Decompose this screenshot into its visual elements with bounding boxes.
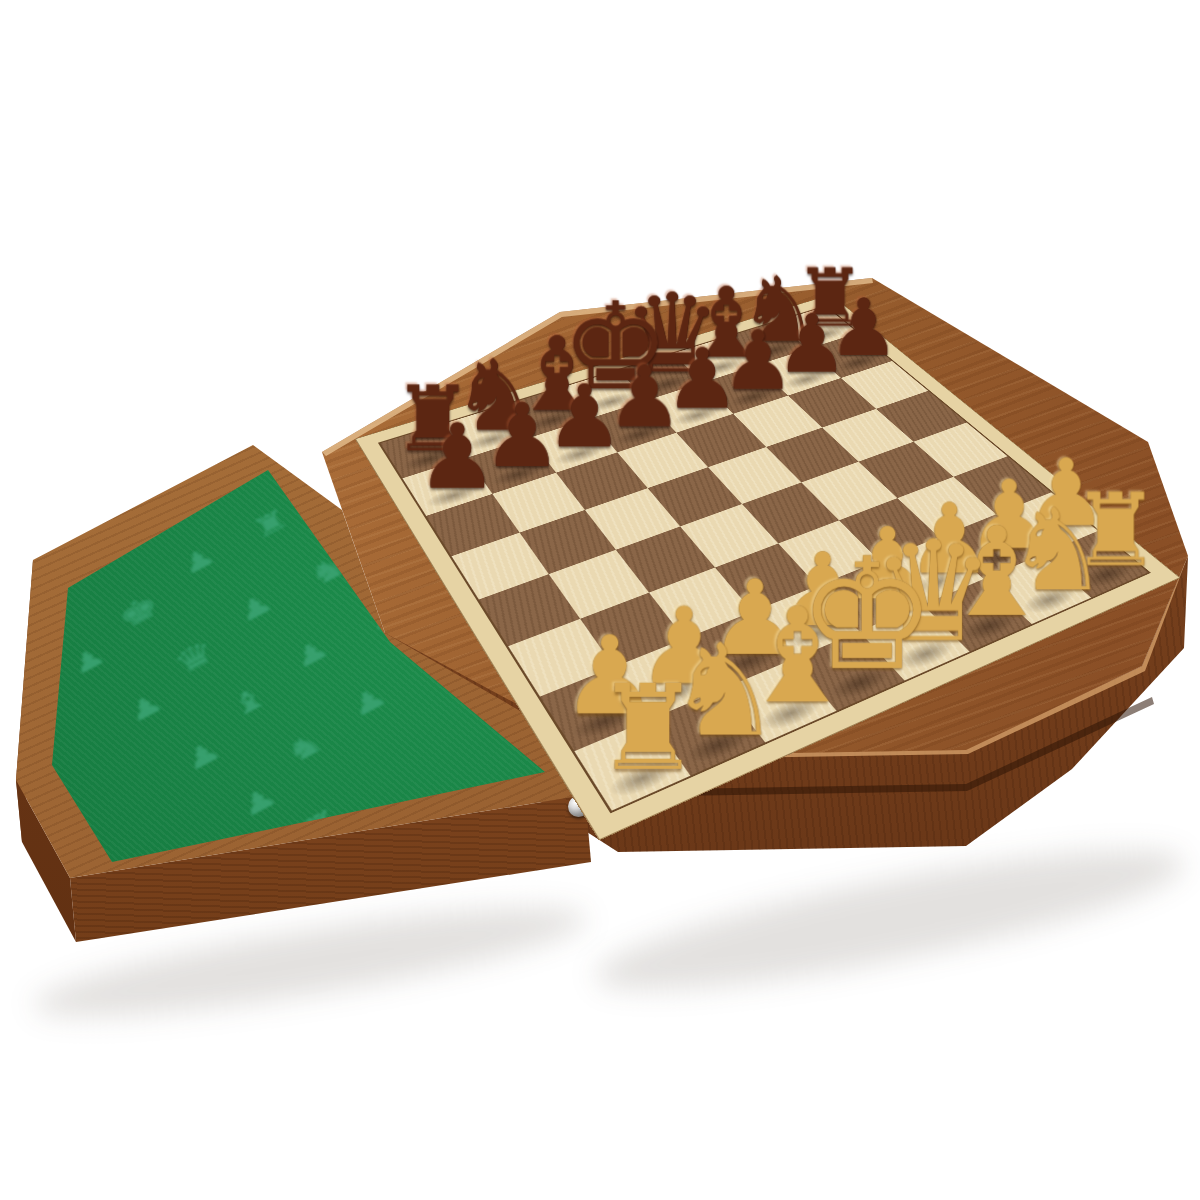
board-3d-scene: ♜♞♝♚♛♝♞♜♟♟♟♟♟♟♟♟♟♟♟♟♟♟♟♟♜♞♝♚♛♝♞♜ bbox=[0, 0, 1200, 1200]
white-rook-h1: ♜ bbox=[595, 670, 701, 788]
product-photo-chess-set: ♜♞♝♟♟♟♟♚♛♝♞♟♟♟♟♜ ♜♞♝♚♛♝♞♜♟♟♟♟♟♟♟♟♟♟♟♟♟♟♟… bbox=[0, 0, 1200, 1200]
black-pawn-h7: ♟ bbox=[417, 412, 498, 502]
chess-board: ♜♞♝♚♛♝♞♜♟♟♟♟♟♟♟♟♟♟♟♟♟♟♟♟♜♞♝♚♛♝♞♜ bbox=[356, 295, 1179, 839]
piece-anchor-h7: ♟ bbox=[403, 458, 493, 516]
piece-layer: ♜♞♝♚♛♝♞♜♟♟♟♟♟♟♟♟♟♟♟♟♟♟♟♟♜♞♝♚♛♝♞♜ bbox=[380, 306, 1148, 810]
